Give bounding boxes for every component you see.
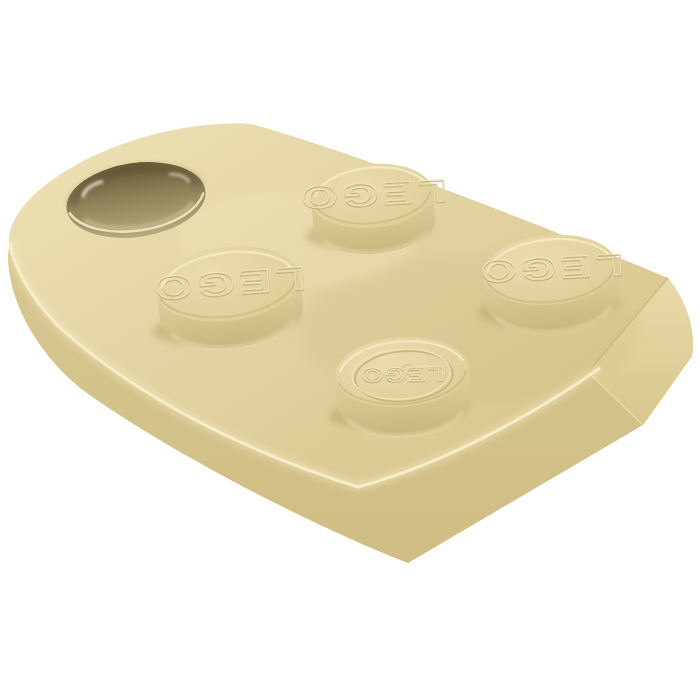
stud-logo: LEGO LEGO bbox=[360, 362, 445, 386]
stud-logo-text: LEGO bbox=[360, 362, 445, 385]
lego-plate: LEGO LEGO LEGO LEGO LEGO bbox=[8, 124, 693, 563]
product-photo: LEGO LEGO LEGO LEGO LEGO bbox=[0, 0, 700, 700]
lego-plate-photo: LEGO LEGO LEGO LEGO LEGO bbox=[0, 0, 700, 700]
